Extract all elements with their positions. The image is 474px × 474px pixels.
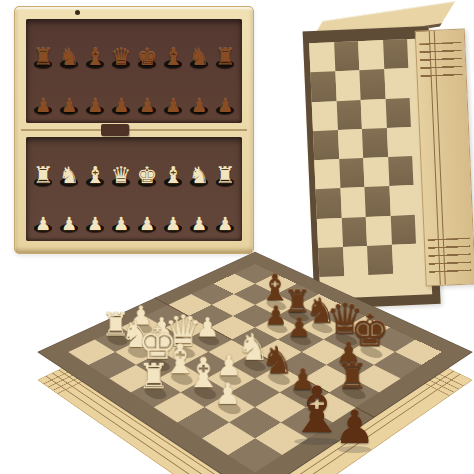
walnut-pieces-tray: ♜♞♝♛♚♝♞♜ ♟♟♟♟♟♟♟♟	[26, 19, 242, 123]
maple-back-row: ♜♞♝♛♚♝♞♜	[30, 141, 238, 187]
maple-rook-piece: ♜	[215, 162, 236, 188]
walnut-pawn-piece: ♟	[165, 95, 181, 116]
maple-pawn-piece: ♟	[35, 213, 51, 234]
walnut-pawn-piece: ♟	[35, 95, 51, 116]
maple-king-piece: ♚	[137, 162, 158, 188]
folded-box-spine	[415, 28, 474, 286]
tray-slot-walnut-knight: ♞	[57, 46, 81, 69]
maple-pawn-piece: ♟	[165, 213, 181, 234]
folded-chess-box	[296, 6, 474, 299]
walnut-back-row: ♜♞♝♛♚♝♞♜	[30, 23, 238, 69]
product-photo-wooden-chess-set: { "game": "chess", "position": "8/2brnqk…	[0, 0, 474, 474]
tray-slot-walnut-rook: ♜	[213, 46, 237, 69]
tray-slot-maple-pawn: ♟	[109, 215, 133, 233]
tray-slot-walnut-pawn: ♟	[161, 97, 185, 115]
maple-bishop-piece: ♝	[85, 162, 106, 188]
maple-queen-piece: ♛	[111, 162, 132, 188]
tray-slot-walnut-bishop: ♝	[83, 46, 107, 69]
white-rook[interactable]: ♜	[113, 359, 195, 394]
walnut-bishop-piece: ♝	[85, 44, 106, 70]
folded-checker-cell	[385, 97, 411, 127]
walnut-pawn-piece: ♟	[87, 95, 103, 116]
folded-checker-cell	[359, 69, 385, 99]
maple-pawn-piece: ♟	[61, 213, 77, 234]
walnut-pawn-piece: ♟	[191, 95, 207, 116]
tray-slot-walnut-rook: ♜	[31, 46, 55, 69]
maple-pawn-piece: ♟	[87, 213, 103, 234]
tray-slot-walnut-pawn: ♟	[213, 97, 237, 115]
walnut-pawn-piece: ♟	[139, 95, 155, 116]
folded-checker-cell	[388, 156, 414, 186]
folded-checker-cell	[384, 68, 410, 98]
walnut-bishop-piece: ♝	[163, 44, 184, 70]
folded-checker-cell	[340, 187, 366, 217]
tray-slot-walnut-bishop: ♝	[161, 46, 185, 69]
box-hinge	[21, 129, 247, 131]
folded-checker-cell	[335, 70, 361, 100]
walnut-pawn-row: ♟♟♟♟♟♟♟♟	[30, 75, 238, 115]
folded-checker-cell	[362, 128, 388, 158]
folded-checker-cell	[337, 129, 363, 159]
folded-checker-cell	[316, 188, 342, 218]
tray-slot-maple-queen: ♛	[109, 164, 133, 187]
walnut-pawn-piece: ♟	[61, 95, 77, 116]
folded-checker-cell	[389, 185, 415, 215]
folded-checker-cell	[367, 245, 393, 275]
tray-slot-walnut-pawn: ♟	[57, 97, 81, 115]
tray-slot-walnut-pawn: ♟	[109, 97, 133, 115]
open-storage-box: ♜♞♝♛♚♝♞♜ ♟♟♟♟♟♟♟♟ ♜♞♝♛♚♝♞♜ ♟♟♟♟♟♟♟♟	[14, 6, 254, 254]
maple-knight-piece: ♞	[189, 162, 210, 188]
folded-checker-cell	[364, 186, 390, 216]
folded-checker-cell	[312, 101, 338, 131]
white-pawn[interactable]: ♟	[186, 379, 270, 408]
walnut-queen-piece: ♛	[111, 44, 132, 70]
maple-pieces-tray: ♜♞♝♛♚♝♞♜ ♟♟♟♟♟♟♟♟	[26, 137, 242, 241]
folded-checker-cell	[339, 158, 365, 188]
tray-slot-maple-pawn: ♟	[83, 215, 107, 233]
tray-slot-maple-rook: ♜	[213, 164, 237, 187]
tray-slot-maple-pawn: ♟	[31, 215, 55, 233]
tray-slot-walnut-pawn: ♟	[187, 97, 211, 115]
tray-slot-maple-king: ♚	[135, 164, 159, 187]
folded-checker-cell	[363, 157, 389, 187]
maple-rook-piece: ♜	[33, 162, 54, 188]
folded-box-checker-grid	[309, 39, 417, 277]
walnut-knight-piece: ♞	[59, 44, 80, 70]
folded-checker-cell	[314, 159, 340, 189]
tray-slot-maple-bishop: ♝	[83, 164, 107, 187]
folded-checker-cell	[361, 99, 387, 129]
walnut-knight-piece: ♞	[189, 44, 210, 70]
walnut-rook-piece: ♜	[215, 44, 236, 70]
maple-pawn-row: ♟♟♟♟♟♟♟♟	[30, 193, 238, 233]
tray-slot-maple-knight: ♞	[57, 164, 81, 187]
folded-checker-cell	[392, 244, 418, 274]
captured-pieces-area: ♝♟	[284, 378, 384, 474]
folded-checker-cell	[341, 216, 367, 246]
folded-checker-cell	[343, 246, 369, 276]
maple-pawn-piece: ♟	[113, 213, 129, 234]
tray-slot-maple-pawn: ♟	[161, 215, 185, 233]
tray-slot-maple-pawn: ♟	[187, 215, 211, 233]
tray-slot-walnut-pawn: ♟	[135, 97, 159, 115]
tray-slot-maple-bishop: ♝	[161, 164, 185, 187]
maple-knight-piece: ♞	[59, 162, 80, 188]
clasp-pin	[75, 10, 80, 15]
tray-slot-maple-pawn: ♟	[213, 215, 237, 233]
folded-checker-cell	[317, 218, 343, 248]
tray-slot-maple-pawn: ♟	[57, 215, 81, 233]
folded-checker-cell	[334, 41, 360, 71]
folded-checker-cell	[318, 247, 344, 277]
walnut-king-piece: ♚	[137, 44, 158, 70]
maple-bishop-piece: ♝	[163, 162, 184, 188]
tray-slot-walnut-king: ♚	[135, 46, 159, 69]
folded-checker-cell	[390, 214, 416, 244]
tray-slot-maple-pawn: ♟	[135, 215, 159, 233]
walnut-pawn-piece: ♟	[217, 95, 233, 116]
tray-slot-maple-knight: ♞	[187, 164, 211, 187]
folded-checker-cell	[383, 39, 409, 69]
maple-pawn-piece: ♟	[217, 213, 233, 234]
tray-slot-walnut-pawn: ♟	[31, 97, 55, 115]
tray-slot-walnut-queen: ♛	[109, 46, 133, 69]
folded-box-seam	[429, 31, 446, 285]
folded-checker-cell	[386, 127, 412, 157]
folded-checker-cell	[358, 40, 384, 70]
walnut-pawn-piece: ♟	[113, 95, 129, 116]
tray-slot-walnut-pawn: ♟	[83, 97, 107, 115]
folded-checker-cell	[313, 130, 339, 160]
tray-slot-walnut-knight: ♞	[187, 46, 211, 69]
walnut-rook-piece: ♜	[33, 44, 54, 70]
tray-slot-maple-rook: ♜	[31, 164, 55, 187]
folded-checker-cell	[366, 215, 392, 245]
folded-checker-cell	[336, 100, 362, 130]
folded-checker-cell	[310, 71, 336, 101]
maple-pawn-piece: ♟	[139, 213, 155, 234]
captured-black-pawn[interactable]: ♟	[334, 404, 375, 450]
maple-pawn-piece: ♟	[191, 213, 207, 234]
folded-checker-cell	[309, 42, 335, 72]
box-latch	[101, 124, 129, 136]
